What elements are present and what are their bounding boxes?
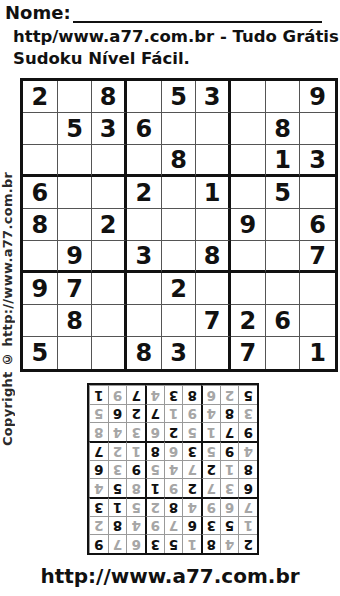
solution-cell: 6	[182, 516, 201, 535]
solution-cell: 9	[182, 404, 201, 423]
puzzle-cell[interactable]	[127, 145, 162, 177]
solution-cell: 2	[145, 497, 164, 516]
solution-cell: 3	[220, 478, 239, 497]
puzzle-cell[interactable]: 5	[23, 337, 58, 369]
puzzle-cell[interactable]: 6	[266, 305, 301, 337]
puzzle-cell[interactable]	[92, 273, 127, 305]
puzzle-cell[interactable]	[196, 209, 231, 241]
solution-cell: 4	[145, 385, 164, 404]
puzzle-cell[interactable]	[162, 113, 197, 145]
puzzle-cell[interactable]: 3	[196, 81, 231, 113]
solution-cell: 8	[126, 478, 145, 497]
solution-cell: 3	[164, 385, 183, 404]
puzzle-cell[interactable]	[92, 145, 127, 177]
solution-cell: 1	[238, 516, 257, 535]
solution-cell: 9	[126, 460, 145, 479]
solution-cell: 8	[182, 385, 201, 404]
puzzle-cell[interactable]: 8	[92, 81, 127, 113]
puzzle-level-title: Sudoku Nível Fácil.	[13, 49, 190, 68]
puzzle-cell[interactable]	[23, 113, 58, 145]
puzzle-cell[interactable]	[231, 273, 266, 305]
solution-cell: 1	[145, 478, 164, 497]
puzzle-cell[interactable]	[162, 209, 197, 241]
solution-cell: 7	[164, 516, 183, 535]
solution-cell: 4	[201, 404, 220, 423]
puzzle-cell[interactable]	[58, 209, 93, 241]
solution-cell: 8	[145, 441, 164, 460]
puzzle-cell[interactable]	[92, 177, 127, 209]
solution-cell: 9	[201, 497, 220, 516]
puzzle-cell[interactable]	[127, 305, 162, 337]
puzzle-cell[interactable]: 8	[127, 337, 162, 369]
solution-cell: 1	[220, 460, 239, 479]
puzzle-cell[interactable]	[127, 81, 162, 113]
puzzle-cell[interactable]: 2	[127, 177, 162, 209]
solution-cell: 4	[164, 460, 183, 479]
puzzle-cell[interactable]: 1	[196, 177, 231, 209]
puzzle-cell[interactable]: 2	[231, 305, 266, 337]
solution-cell: 8	[108, 516, 127, 535]
puzzle-cell[interactable]	[266, 81, 301, 113]
puzzle-cell[interactable]: 5	[58, 113, 93, 145]
puzzle-cell[interactable]: 3	[92, 113, 127, 145]
puzzle-cell[interactable]	[196, 113, 231, 145]
solution-cell: 2	[108, 441, 127, 460]
solution-cell: 6	[145, 422, 164, 441]
solution-cell: 7	[126, 385, 145, 404]
solution-cell: 1	[126, 441, 145, 460]
puzzle-cell[interactable]	[58, 145, 93, 177]
solution-cell: 4	[182, 497, 201, 516]
puzzle-cell[interactable]	[231, 177, 266, 209]
solution-cell: 7	[182, 460, 201, 479]
puzzle-cell[interactable]: 8	[23, 209, 58, 241]
puzzle-cell[interactable]	[127, 273, 162, 305]
puzzle-cell[interactable]: 3	[162, 337, 197, 369]
solution-cell: 1	[108, 497, 127, 516]
solution-cell: 5	[220, 516, 239, 535]
solution-cell: 6	[238, 478, 257, 497]
puzzle-cell[interactable]	[58, 337, 93, 369]
puzzle-cell[interactable]: 9	[231, 209, 266, 241]
solution-cell: 6	[164, 441, 183, 460]
solution-cell: 7	[201, 478, 220, 497]
solution-cell: 4	[108, 422, 127, 441]
solution-cell: 8	[201, 534, 220, 553]
solution-cell: 6	[89, 460, 108, 479]
puzzle-cell[interactable]: 1	[300, 337, 335, 369]
puzzle-cell[interactable]	[58, 177, 93, 209]
puzzle-cell[interactable]: 7	[196, 305, 231, 337]
puzzle-cell[interactable]: 2	[162, 273, 197, 305]
solution-cell: 4	[126, 516, 145, 535]
puzzle-cell[interactable]: 9	[300, 81, 335, 113]
puzzle-cell[interactable]	[266, 273, 301, 305]
puzzle-cell[interactable]: 8	[162, 145, 197, 177]
solution-cell: 5	[145, 460, 164, 479]
puzzle-cell[interactable]: 9	[23, 273, 58, 305]
name-blank-line[interactable]	[73, 3, 322, 23]
solution-cell: 8	[238, 460, 257, 479]
solution-cell: 2	[126, 404, 145, 423]
puzzle-cell[interactable]: 2	[23, 81, 58, 113]
puzzle-cell[interactable]: 3	[127, 241, 162, 273]
solution-cell: 5	[182, 422, 201, 441]
puzzle-cell[interactable]	[300, 113, 335, 145]
solution-cell: 8	[220, 404, 239, 423]
solution-cell: 6	[220, 497, 239, 516]
name-row: Nome:	[5, 3, 322, 23]
solution-cell: 5	[201, 441, 220, 460]
puzzle-cell[interactable]	[58, 81, 93, 113]
copyright-vertical-text: Copyright © http://www.a77.com.br	[0, 84, 17, 446]
puzzle-cell[interactable]	[231, 81, 266, 113]
puzzle-cell[interactable]: 5	[162, 81, 197, 113]
puzzle-cell[interactable]	[23, 241, 58, 273]
puzzle-cell[interactable]	[92, 337, 127, 369]
puzzle-cell[interactable]: 5	[266, 177, 301, 209]
solution-cell: 9	[145, 516, 164, 535]
solution-cell: 4	[220, 534, 239, 553]
puzzle-cell[interactable]	[266, 241, 301, 273]
solution-cell: 6	[201, 385, 220, 404]
puzzle-cell[interactable]: 8	[58, 305, 93, 337]
puzzle-cell[interactable]	[23, 305, 58, 337]
solution-cell: 2	[220, 385, 239, 404]
solution-cell: 5	[126, 497, 145, 516]
solution-cell: 2	[89, 516, 108, 535]
puzzle-cell[interactable]	[266, 337, 301, 369]
puzzle-cell[interactable]	[162, 177, 197, 209]
solution-cell: 3	[126, 422, 145, 441]
solution-cell: 8	[89, 422, 108, 441]
solution-cell: 1	[89, 385, 108, 404]
puzzle-cell[interactable]: 7	[58, 273, 93, 305]
puzzle-cell[interactable]	[196, 337, 231, 369]
solution-cell: 4	[238, 441, 257, 460]
solution-cell: 2	[164, 422, 183, 441]
puzzle-cell[interactable]	[162, 241, 197, 273]
puzzle-cell[interactable]	[162, 305, 197, 337]
solution-cell: 9	[220, 441, 239, 460]
puzzle-cell[interactable]	[23, 145, 58, 177]
solution-cell: 2	[201, 460, 220, 479]
puzzle-cell[interactable]: 8	[196, 241, 231, 273]
puzzle-cell[interactable]: 7	[300, 241, 335, 273]
sudoku-solution-grid-rotated: 2481536791536794827694825136372918548127…	[87, 383, 259, 555]
solution-cell: 9	[89, 534, 108, 553]
puzzle-cell[interactable]	[127, 209, 162, 241]
site-title: http/www.a77.com.br - Tudo Grátis.	[13, 27, 340, 46]
puzzle-cell[interactable]: 6	[23, 177, 58, 209]
solution-cell: 7	[220, 422, 239, 441]
puzzle-cell[interactable]: 6	[300, 209, 335, 241]
puzzle-cell[interactable]	[231, 241, 266, 273]
solution-cell: 3	[108, 460, 127, 479]
sudoku-puzzle-grid[interactable]: 285395368813621582969387972872658371	[20, 78, 338, 372]
solution-cell: 7	[89, 441, 108, 460]
footer-url: http://www.a77.com.br	[0, 564, 340, 588]
solution-cell: 5	[89, 404, 108, 423]
solution-cell: 3	[182, 441, 201, 460]
solution-cell: 2	[182, 478, 201, 497]
puzzle-cell[interactable]	[231, 145, 266, 177]
sudoku-worksheet-page: Nome: http/www.a77.com.br - Tudo Grátis.…	[0, 0, 340, 596]
puzzle-cell[interactable]: 6	[127, 113, 162, 145]
solution-cell: 7	[145, 404, 164, 423]
puzzle-cell[interactable]	[231, 113, 266, 145]
solution-cell: 8	[164, 497, 183, 516]
puzzle-cell[interactable]	[266, 209, 301, 241]
puzzle-cell[interactable]: 1	[266, 145, 301, 177]
solution-cell: 5	[238, 385, 257, 404]
solution-cell: 3	[238, 404, 257, 423]
puzzle-cell[interactable]: 2	[92, 209, 127, 241]
solution-cell: 5	[164, 534, 183, 553]
puzzle-cell[interactable]	[196, 273, 231, 305]
solution-cell: 4	[89, 478, 108, 497]
solution-cell: 5	[108, 478, 127, 497]
puzzle-cell[interactable]: 3	[300, 145, 335, 177]
puzzle-cell[interactable]	[196, 145, 231, 177]
solution-cell: 7	[108, 534, 127, 553]
solution-cell: 1	[182, 534, 201, 553]
solution-cell: 9	[164, 478, 183, 497]
solution-cell: 3	[145, 534, 164, 553]
puzzle-cell[interactable]	[300, 273, 335, 305]
solution-cell: 6	[108, 404, 127, 423]
solution-cell: 7	[238, 497, 257, 516]
puzzle-cell[interactable]	[92, 305, 127, 337]
solution-cell: 3	[201, 516, 220, 535]
solution-cell: 2	[238, 534, 257, 553]
puzzle-cell[interactable]	[92, 241, 127, 273]
solution-cell: 1	[201, 422, 220, 441]
puzzle-cell[interactable]	[300, 177, 335, 209]
solution-cell: 6	[126, 534, 145, 553]
puzzle-cell[interactable]: 9	[58, 241, 93, 273]
solution-cell: 3	[89, 497, 108, 516]
name-label: Nome:	[5, 3, 71, 23]
solution-cell: 9	[238, 422, 257, 441]
puzzle-cell[interactable]: 8	[266, 113, 301, 145]
solution-cell: 9	[108, 385, 127, 404]
solution-cell: 1	[164, 404, 183, 423]
puzzle-cell[interactable]: 7	[231, 337, 266, 369]
puzzle-cell[interactable]	[300, 305, 335, 337]
